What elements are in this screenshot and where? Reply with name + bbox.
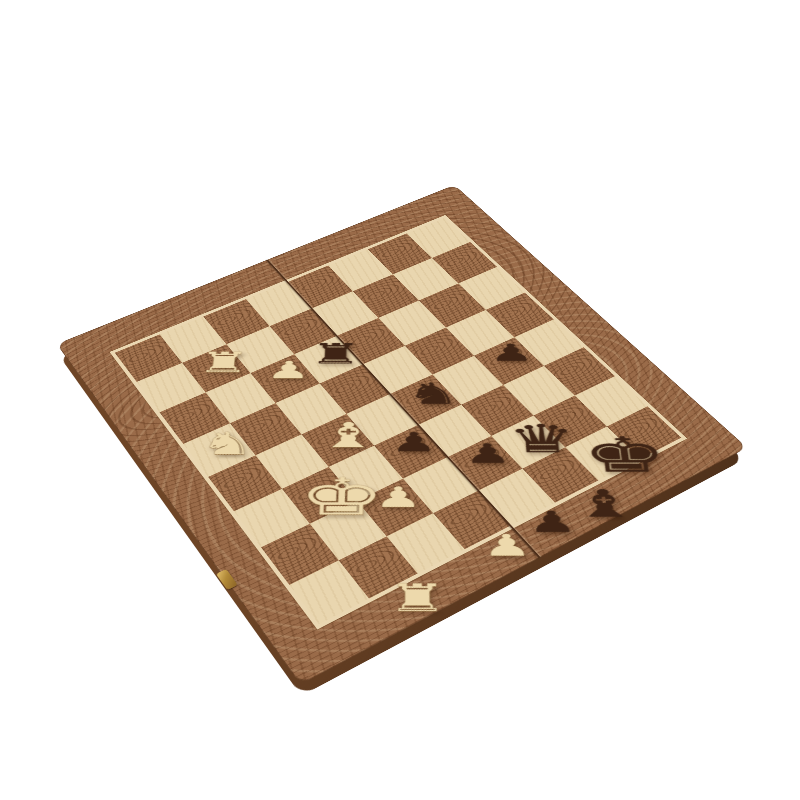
square-g4[interactable] [403,457,478,513]
play-area [115,218,681,624]
square-h3[interactable] [387,513,465,573]
chess-board: ♜♜♟♞♟♞♝♟♚♛♟♟♚♝♟♟♜ [57,185,748,685]
square-f5[interactable] [418,405,491,457]
square-d1[interactable] [183,423,255,477]
square-h5[interactable] [478,469,555,526]
square-h1[interactable] [289,560,369,624]
square-h4[interactable] [433,491,510,550]
square-e1[interactable] [208,455,282,511]
square-g7[interactable] [534,396,607,448]
square-d2[interactable] [230,403,301,455]
square-h2[interactable] [339,536,418,598]
square-g6[interactable] [491,416,565,469]
square-f3[interactable] [329,446,403,501]
square-h6[interactable] [522,447,598,502]
square-g1[interactable] [261,524,339,585]
square-f4[interactable] [374,425,448,479]
square-e3[interactable] [302,414,375,467]
square-g2[interactable] [310,501,387,560]
scene: ♜♜♟♞♟♞♝♟♚♛♟♟♚♝♟♟♜ [0,0,800,800]
board-frame: ♜♜♟♞♟♞♝♟♚♛♟♟♚♝♟♟♜ [57,185,748,685]
square-c1[interactable] [160,392,230,443]
square-f1[interactable] [234,489,310,547]
square-h7[interactable] [565,426,640,480]
square-g5[interactable] [448,436,523,491]
square-h8[interactable] [607,406,681,458]
square-f2[interactable] [282,467,357,524]
square-e2[interactable] [255,434,328,488]
square-e4[interactable] [346,394,418,446]
square-g3[interactable] [357,479,433,537]
